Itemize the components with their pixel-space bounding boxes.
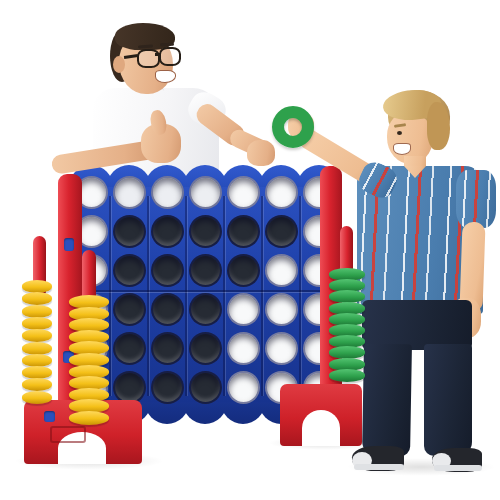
ring-posts-right bbox=[0, 0, 500, 500]
product-photo-stage bbox=[0, 0, 500, 500]
green-ring bbox=[329, 369, 365, 382]
held-green-ring bbox=[272, 106, 314, 148]
